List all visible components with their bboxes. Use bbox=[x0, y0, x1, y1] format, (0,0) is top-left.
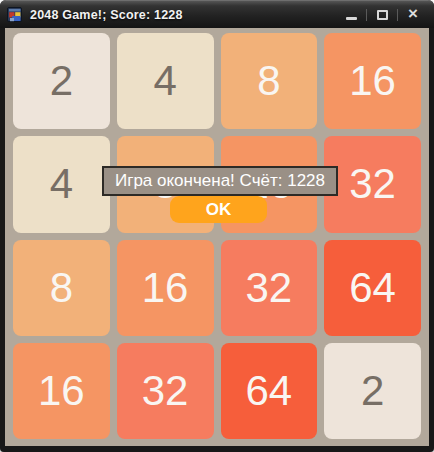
tile-8: 8 bbox=[221, 33, 318, 129]
close-icon: × bbox=[408, 5, 418, 22]
tile-32: 32 bbox=[117, 343, 214, 439]
window-title: 2048 Game!; Score: 1228 bbox=[30, 8, 183, 22]
board: 2481648163281632641632642 bbox=[5, 28, 429, 446]
tile-16: 16 bbox=[13, 343, 110, 439]
tile-4: 4 bbox=[13, 136, 110, 232]
app-icon bbox=[7, 7, 24, 23]
tile-8: 8 bbox=[13, 240, 110, 336]
tile-64: 64 bbox=[324, 240, 421, 336]
title-bar[interactable]: 2048 Game!; Score: 1228 × bbox=[0, 0, 434, 28]
close-button[interactable]: × bbox=[398, 4, 428, 26]
minimize-icon bbox=[346, 17, 357, 20]
tile-2: 2 bbox=[324, 343, 421, 439]
maximize-button[interactable] bbox=[367, 4, 397, 26]
tile-4: 4 bbox=[117, 33, 214, 129]
tile-32: 32 bbox=[221, 240, 318, 336]
tile-16: 16 bbox=[117, 240, 214, 336]
tile-64: 64 bbox=[221, 343, 318, 439]
minimize-button[interactable] bbox=[336, 4, 366, 26]
tile-32: 32 bbox=[324, 136, 421, 232]
app-window: 2048 Game!; Score: 1228 × 24816481632816… bbox=[0, 0, 434, 452]
maximize-icon bbox=[377, 10, 388, 20]
tile-16: 16 bbox=[324, 33, 421, 129]
ok-button[interactable]: OK bbox=[170, 196, 267, 223]
game-over-message: Игра окончена! Счёт: 1228 bbox=[102, 166, 338, 196]
tile-2: 2 bbox=[13, 33, 110, 129]
window-controls: × bbox=[336, 1, 428, 28]
